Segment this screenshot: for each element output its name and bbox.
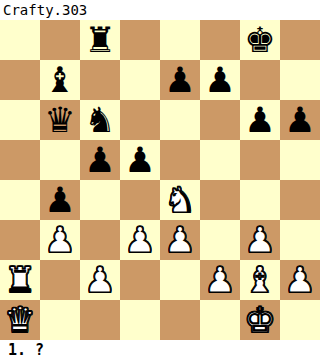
square-b5[interactable] bbox=[40, 140, 80, 180]
square-g5[interactable] bbox=[240, 140, 280, 180]
square-c7[interactable] bbox=[80, 60, 120, 100]
square-b1[interactable] bbox=[40, 300, 80, 340]
piece-white-pawn[interactable]: ♟ bbox=[44, 220, 75, 260]
square-h8[interactable] bbox=[280, 20, 320, 60]
move-prompt: 1. ? bbox=[0, 341, 44, 359]
square-g4[interactable] bbox=[240, 180, 280, 220]
square-e1[interactable] bbox=[160, 300, 200, 340]
square-g6[interactable]: ♟ bbox=[240, 100, 280, 140]
square-f3[interactable] bbox=[200, 220, 240, 260]
piece-black-queen[interactable]: ♛ bbox=[44, 100, 75, 140]
square-f5[interactable] bbox=[200, 140, 240, 180]
square-g2[interactable]: ♝ bbox=[240, 260, 280, 300]
square-d5[interactable]: ♟ bbox=[120, 140, 160, 180]
piece-black-bishop[interactable]: ♝ bbox=[44, 60, 75, 100]
square-f8[interactable] bbox=[200, 20, 240, 60]
square-b8[interactable] bbox=[40, 20, 80, 60]
square-c1[interactable] bbox=[80, 300, 120, 340]
piece-white-pawn[interactable]: ♟ bbox=[244, 220, 275, 260]
square-f7[interactable]: ♟ bbox=[200, 60, 240, 100]
square-e3[interactable]: ♟ bbox=[160, 220, 200, 260]
square-e4[interactable]: ♞ bbox=[160, 180, 200, 220]
square-h2[interactable]: ♟ bbox=[280, 260, 320, 300]
square-a8[interactable] bbox=[0, 20, 40, 60]
square-d7[interactable] bbox=[120, 60, 160, 100]
piece-black-pawn[interactable]: ♟ bbox=[164, 60, 195, 100]
square-b6[interactable]: ♛ bbox=[40, 100, 80, 140]
piece-white-rook[interactable]: ♜ bbox=[4, 260, 35, 300]
piece-black-king[interactable]: ♚ bbox=[244, 20, 275, 60]
square-f4[interactable] bbox=[200, 180, 240, 220]
square-a2[interactable]: ♜ bbox=[0, 260, 40, 300]
square-c6[interactable]: ♞ bbox=[80, 100, 120, 140]
piece-white-pawn[interactable]: ♟ bbox=[84, 260, 115, 300]
piece-black-pawn[interactable]: ♟ bbox=[204, 60, 235, 100]
square-c2[interactable]: ♟ bbox=[80, 260, 120, 300]
square-h1[interactable] bbox=[280, 300, 320, 340]
title-bar: Crafty.303 bbox=[0, 0, 320, 20]
square-g3[interactable]: ♟ bbox=[240, 220, 280, 260]
square-a1[interactable]: ♛ bbox=[0, 300, 40, 340]
piece-black-pawn[interactable]: ♟ bbox=[124, 140, 155, 180]
piece-white-pawn[interactable]: ♟ bbox=[124, 220, 155, 260]
square-e7[interactable]: ♟ bbox=[160, 60, 200, 100]
square-b7[interactable]: ♝ bbox=[40, 60, 80, 100]
square-a3[interactable] bbox=[0, 220, 40, 260]
piece-white-pawn[interactable]: ♟ bbox=[164, 220, 195, 260]
square-c3[interactable] bbox=[80, 220, 120, 260]
piece-white-knight[interactable]: ♞ bbox=[164, 180, 195, 220]
square-a7[interactable] bbox=[0, 60, 40, 100]
piece-black-pawn[interactable]: ♟ bbox=[84, 140, 115, 180]
square-d1[interactable] bbox=[120, 300, 160, 340]
square-d2[interactable] bbox=[120, 260, 160, 300]
square-h6[interactable]: ♟ bbox=[280, 100, 320, 140]
square-h3[interactable] bbox=[280, 220, 320, 260]
square-a6[interactable] bbox=[0, 100, 40, 140]
square-b2[interactable] bbox=[40, 260, 80, 300]
square-g7[interactable] bbox=[240, 60, 280, 100]
window-title: Crafty.303 bbox=[0, 2, 87, 18]
piece-white-pawn[interactable]: ♟ bbox=[204, 260, 235, 300]
piece-white-bishop[interactable]: ♝ bbox=[244, 260, 275, 300]
square-d4[interactable] bbox=[120, 180, 160, 220]
piece-black-pawn[interactable]: ♟ bbox=[244, 100, 275, 140]
square-f6[interactable] bbox=[200, 100, 240, 140]
square-g1[interactable]: ♚ bbox=[240, 300, 280, 340]
piece-black-pawn[interactable]: ♟ bbox=[44, 180, 75, 220]
square-c8[interactable]: ♜ bbox=[80, 20, 120, 60]
piece-white-king[interactable]: ♚ bbox=[244, 300, 275, 340]
square-g8[interactable]: ♚ bbox=[240, 20, 280, 60]
chess-board: ♜♚♝♟♟♛♞♟♟♟♟♟♞♟♟♟♟♜♟♟♝♟♛♚ bbox=[0, 20, 320, 340]
square-e8[interactable] bbox=[160, 20, 200, 60]
square-h4[interactable] bbox=[280, 180, 320, 220]
piece-white-pawn[interactable]: ♟ bbox=[284, 260, 315, 300]
square-e5[interactable] bbox=[160, 140, 200, 180]
square-b3[interactable]: ♟ bbox=[40, 220, 80, 260]
square-a4[interactable] bbox=[0, 180, 40, 220]
status-bar: 1. ? bbox=[0, 340, 320, 360]
piece-black-pawn[interactable]: ♟ bbox=[284, 100, 315, 140]
square-e2[interactable] bbox=[160, 260, 200, 300]
square-h7[interactable] bbox=[280, 60, 320, 100]
square-a5[interactable] bbox=[0, 140, 40, 180]
square-c4[interactable] bbox=[80, 180, 120, 220]
square-h5[interactable] bbox=[280, 140, 320, 180]
piece-white-queen[interactable]: ♛ bbox=[4, 300, 35, 340]
square-b4[interactable]: ♟ bbox=[40, 180, 80, 220]
square-e6[interactable] bbox=[160, 100, 200, 140]
xboard-window: Crafty.303 ♜♚♝♟♟♛♞♟♟♟♟♟♞♟♟♟♟♜♟♟♝♟♛♚ 1. ? bbox=[0, 0, 320, 360]
square-f2[interactable]: ♟ bbox=[200, 260, 240, 300]
square-f1[interactable] bbox=[200, 300, 240, 340]
square-d6[interactable] bbox=[120, 100, 160, 140]
square-d8[interactable] bbox=[120, 20, 160, 60]
piece-black-rook[interactable]: ♜ bbox=[84, 20, 115, 60]
piece-black-knight[interactable]: ♞ bbox=[84, 100, 115, 140]
square-d3[interactable]: ♟ bbox=[120, 220, 160, 260]
square-c5[interactable]: ♟ bbox=[80, 140, 120, 180]
